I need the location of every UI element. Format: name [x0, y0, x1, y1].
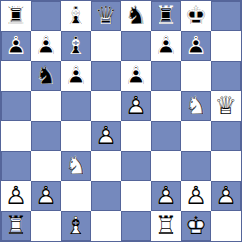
- square-e6[interactable]: ♟♙: [121, 61, 151, 91]
- piece-white-pawn[interactable]: ♟♙: [121, 91, 151, 121]
- square-a4[interactable]: [1, 121, 31, 151]
- piece-white-pawn[interactable]: ♟♙: [31, 181, 61, 211]
- piece-black-bishop[interactable]: ♝♗: [61, 1, 91, 31]
- square-f8[interactable]: ♜♖: [151, 1, 181, 31]
- square-g6[interactable]: [181, 61, 211, 91]
- square-g7[interactable]: ♟♙: [181, 31, 211, 61]
- piece-black-pawn[interactable]: ♟♙: [61, 61, 91, 91]
- pawn-glyph-outline: ♙: [31, 31, 61, 61]
- piece-black-knight[interactable]: ♞♘: [31, 61, 61, 91]
- piece-black-queen[interactable]: ♛♕: [91, 1, 121, 31]
- piece-white-pawn[interactable]: ♟♙: [1, 181, 31, 211]
- pawn-glyph-outline: ♙: [1, 181, 31, 211]
- pawn-glyph-outline: ♙: [121, 91, 151, 121]
- square-d5[interactable]: [91, 91, 121, 121]
- piece-white-king[interactable]: ♚♔: [181, 211, 211, 241]
- bishop-glyph-outline: ♗: [61, 1, 91, 31]
- queen-glyph-outline: ♕: [91, 1, 121, 31]
- square-e5[interactable]: ♟♙: [121, 91, 151, 121]
- square-h5[interactable]: ♛♕: [211, 91, 241, 121]
- square-g4[interactable]: [181, 121, 211, 151]
- square-a1[interactable]: ♜♖: [1, 211, 31, 241]
- piece-black-rook[interactable]: ♜♖: [151, 1, 181, 31]
- square-g2[interactable]: ♟♙: [181, 181, 211, 211]
- bishop-glyph-outline: ♗: [61, 31, 91, 61]
- king-glyph-outline: ♔: [181, 1, 211, 31]
- square-d1[interactable]: [91, 211, 121, 241]
- piece-black-pawn[interactable]: ♟♙: [1, 31, 31, 61]
- piece-white-knight[interactable]: ♞♘: [61, 151, 91, 181]
- knight-glyph-outline: ♘: [61, 151, 91, 181]
- piece-black-pawn[interactable]: ♟♙: [151, 31, 181, 61]
- pawn-glyph-outline: ♙: [151, 31, 181, 61]
- square-c1[interactable]: ♝♗: [61, 211, 91, 241]
- square-c3[interactable]: ♞♘: [61, 151, 91, 181]
- square-d2[interactable]: [91, 181, 121, 211]
- piece-black-bishop[interactable]: ♝♗: [61, 31, 91, 61]
- square-b4[interactable]: [31, 121, 61, 151]
- king-glyph-outline: ♔: [181, 211, 211, 241]
- rook-glyph-outline: ♖: [151, 211, 181, 241]
- square-a8[interactable]: ♜♖: [1, 1, 31, 31]
- square-h4[interactable]: [211, 121, 241, 151]
- square-b7[interactable]: ♟♙: [31, 31, 61, 61]
- square-f3[interactable]: [151, 151, 181, 181]
- knight-glyph-outline: ♘: [31, 61, 61, 91]
- square-b3[interactable]: [31, 151, 61, 181]
- square-h8[interactable]: [211, 1, 241, 31]
- square-b2[interactable]: ♟♙: [31, 181, 61, 211]
- square-d6[interactable]: [91, 61, 121, 91]
- piece-white-bishop[interactable]: ♝♗: [61, 211, 91, 241]
- square-f4[interactable]: [151, 121, 181, 151]
- pawn-glyph-outline: ♙: [181, 31, 211, 61]
- piece-black-pawn[interactable]: ♟♙: [31, 31, 61, 61]
- piece-black-rook[interactable]: ♜♖: [1, 1, 31, 31]
- square-h2[interactable]: ♟♙: [211, 181, 241, 211]
- square-c7[interactable]: ♝♗: [61, 31, 91, 61]
- square-a3[interactable]: [1, 151, 31, 181]
- square-d8[interactable]: ♛♕: [91, 1, 121, 31]
- square-e2[interactable]: [121, 181, 151, 211]
- square-c5[interactable]: [61, 91, 91, 121]
- pawn-glyph-outline: ♙: [211, 181, 241, 211]
- piece-white-queen[interactable]: ♛♕: [211, 91, 241, 121]
- piece-white-pawn[interactable]: ♟♙: [91, 121, 121, 151]
- square-f6[interactable]: [151, 61, 181, 91]
- square-f5[interactable]: [151, 91, 181, 121]
- square-a6[interactable]: [1, 61, 31, 91]
- piece-black-knight[interactable]: ♞♘: [121, 1, 151, 31]
- square-g3[interactable]: [181, 151, 211, 181]
- square-a7[interactable]: ♟♙: [1, 31, 31, 61]
- queen-glyph-outline: ♕: [211, 91, 241, 121]
- square-b5[interactable]: [31, 91, 61, 121]
- piece-black-pawn[interactable]: ♟♙: [121, 61, 151, 91]
- square-g5[interactable]: ♞♘: [181, 91, 211, 121]
- rook-glyph-outline: ♖: [1, 211, 31, 241]
- knight-glyph-outline: ♘: [121, 1, 151, 31]
- pawn-glyph-outline: ♙: [61, 61, 91, 91]
- square-b8[interactable]: [31, 1, 61, 31]
- piece-white-pawn[interactable]: ♟♙: [151, 181, 181, 211]
- knight-glyph-outline: ♘: [181, 91, 211, 121]
- piece-white-knight[interactable]: ♞♘: [181, 91, 211, 121]
- square-b6[interactable]: ♞♘: [31, 61, 61, 91]
- chess-board: ♜♖♝♗♛♕♞♘♜♖♚♔♟♙♟♙♝♗♟♙♟♙♞♘♟♙♟♙♟♙♞♘♛♕♟♙♞♘♟♙…: [0, 0, 242, 242]
- square-c8[interactable]: ♝♗: [61, 1, 91, 31]
- rook-glyph-outline: ♖: [151, 1, 181, 31]
- square-b1[interactable]: [31, 211, 61, 241]
- piece-white-rook[interactable]: ♜♖: [1, 211, 31, 241]
- square-e8[interactable]: ♞♘: [121, 1, 151, 31]
- piece-black-pawn[interactable]: ♟♙: [181, 31, 211, 61]
- pawn-glyph-outline: ♙: [91, 121, 121, 151]
- piece-black-king[interactable]: ♚♔: [181, 1, 211, 31]
- square-h3[interactable]: [211, 151, 241, 181]
- square-e3[interactable]: [121, 151, 151, 181]
- square-e4[interactable]: [121, 121, 151, 151]
- square-c2[interactable]: [61, 181, 91, 211]
- pawn-glyph-outline: ♙: [1, 31, 31, 61]
- rook-glyph-outline: ♖: [1, 1, 31, 31]
- piece-white-rook[interactable]: ♜♖: [151, 211, 181, 241]
- bishop-glyph-outline: ♗: [61, 211, 91, 241]
- square-d3[interactable]: [91, 151, 121, 181]
- square-d7[interactable]: [91, 31, 121, 61]
- square-c4[interactable]: [61, 121, 91, 151]
- square-h1[interactable]: [211, 211, 241, 241]
- square-d4[interactable]: ♟♙: [91, 121, 121, 151]
- square-g8[interactable]: ♚♔: [181, 1, 211, 31]
- square-h7[interactable]: [211, 31, 241, 61]
- square-a5[interactable]: [1, 91, 31, 121]
- square-a2[interactable]: ♟♙: [1, 181, 31, 211]
- square-g1[interactable]: ♚♔: [181, 211, 211, 241]
- square-c6[interactable]: ♟♙: [61, 61, 91, 91]
- piece-white-pawn[interactable]: ♟♙: [181, 181, 211, 211]
- pawn-glyph-outline: ♙: [121, 61, 151, 91]
- square-e7[interactable]: [121, 31, 151, 61]
- piece-white-pawn[interactable]: ♟♙: [211, 181, 241, 211]
- pawn-glyph-outline: ♙: [181, 181, 211, 211]
- square-f7[interactable]: ♟♙: [151, 31, 181, 61]
- square-f2[interactable]: ♟♙: [151, 181, 181, 211]
- pawn-glyph-outline: ♙: [31, 181, 61, 211]
- square-h6[interactable]: [211, 61, 241, 91]
- square-f1[interactable]: ♜♖: [151, 211, 181, 241]
- pawn-glyph-outline: ♙: [151, 181, 181, 211]
- square-e1[interactable]: [121, 211, 151, 241]
